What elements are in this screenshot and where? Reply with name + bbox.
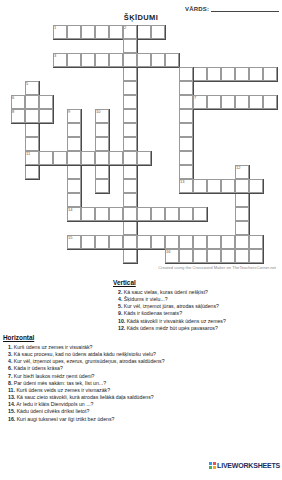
crossword-cell[interactable] <box>123 221 137 235</box>
crossword-cell[interactable] <box>137 207 151 221</box>
clue-item: 6. Kāda ir ūdens krāsa? <box>3 365 165 372</box>
crossword-cell[interactable] <box>193 179 207 193</box>
crossword-cell[interactable] <box>179 81 193 95</box>
clue-item: 15. Kādu ūdeni cilvēks drīkst lietot? <box>3 408 165 415</box>
crossword-cell[interactable] <box>123 207 137 221</box>
vertical-clues-header: Vertical <box>113 279 279 288</box>
crossword-cell[interactable] <box>151 235 165 249</box>
horizontal-clues-header: Horizontal <box>3 334 165 343</box>
crossword-cell[interactable] <box>67 235 81 249</box>
crossword-cell[interactable] <box>81 235 95 249</box>
crossword-cell[interactable] <box>67 151 81 165</box>
crossword-cell[interactable] <box>67 207 81 221</box>
crossword-cell[interactable] <box>109 151 123 165</box>
crossword-cell[interactable] <box>179 95 193 109</box>
crossword-cell[interactable] <box>123 151 137 165</box>
crossword-cell[interactable] <box>25 81 39 95</box>
crossword-cell[interactable] <box>151 207 165 221</box>
crossword-cell[interactable] <box>67 193 81 207</box>
crossword-cell[interactable] <box>193 249 207 263</box>
crossword-cell[interactable] <box>81 207 95 221</box>
crossword-cell[interactable] <box>11 95 25 109</box>
crossword-cell[interactable] <box>137 25 151 39</box>
clue-item: 16. Kuri augi tuksnesī var ilgi iztikt b… <box>3 416 165 423</box>
crossword-cell[interactable] <box>179 235 193 249</box>
crossword-cell[interactable] <box>179 207 193 221</box>
clue-item: 3. Kā sauc procesu, kad no ūdens atdala … <box>3 351 165 358</box>
crossword-cell[interactable] <box>207 67 221 81</box>
crossword-cell[interactable] <box>179 165 193 179</box>
clue-item: 8. Par ūdeni mēs sakām: tas tek, līst un… <box>3 380 165 387</box>
crossword-cell[interactable] <box>95 179 109 193</box>
crossword-cell[interactable] <box>221 179 235 193</box>
crossword-cell[interactable] <box>179 67 193 81</box>
crossword-cell[interactable] <box>67 179 81 193</box>
crossword-cell[interactable] <box>179 249 193 263</box>
crossword-cell[interactable] <box>95 109 109 123</box>
crossword-cell[interactable] <box>179 137 193 151</box>
crossword-cell[interactable] <box>137 53 151 67</box>
crossword-cell[interactable] <box>67 137 81 151</box>
crossword-cell[interactable] <box>179 179 193 193</box>
clue-item: 10. Kādā stāvoklī ir visvairāk ūdens uz … <box>113 318 279 325</box>
crossword-cell[interactable] <box>263 95 277 109</box>
clue-item: 2. Kā sauc vielas, kuras ūdenī nešķīst? <box>113 289 279 296</box>
crossword-cell[interactable] <box>39 95 53 109</box>
crossword-cell[interactable] <box>95 53 109 67</box>
crossword-cell[interactable] <box>95 25 109 39</box>
crossword-cell[interactable] <box>235 193 249 207</box>
crossword-cell[interactable] <box>123 123 137 137</box>
crossword-cell[interactable] <box>235 95 249 109</box>
crossword-cell[interactable] <box>179 109 193 123</box>
crossword-cell[interactable] <box>123 25 137 39</box>
crossword-cell[interactable] <box>109 235 123 249</box>
crossword-cell[interactable] <box>165 53 179 67</box>
horizontal-clues-section: Horizontal 1. Kurš ūdens uz zemes ir vis… <box>3 334 165 423</box>
crossword-cell[interactable] <box>235 221 249 235</box>
crossword-cell[interactable] <box>95 151 109 165</box>
crossword-cell[interactable] <box>137 235 151 249</box>
crossword-cell[interactable] <box>123 109 137 123</box>
clue-item: 14. Ar ledu ir klāts Dienvidpols un ...? <box>3 401 165 408</box>
crossword-cell[interactable] <box>165 207 179 221</box>
crossword-cell[interactable] <box>123 165 137 179</box>
crossword-cell[interactable] <box>151 25 165 39</box>
clue-item: 4. Šķīdums ir vielu...? <box>113 296 279 303</box>
crossword-cell[interactable] <box>193 67 207 81</box>
crossword-cell[interactable] <box>67 25 81 39</box>
crossword-cell[interactable] <box>25 151 39 165</box>
crossword-cell[interactable] <box>67 53 81 67</box>
crossword-cell[interactable] <box>95 165 109 179</box>
crossword-cell[interactable] <box>193 207 207 221</box>
crossword-cell[interactable] <box>165 249 179 263</box>
crossword-cell[interactable] <box>235 235 249 249</box>
crossword-cell[interactable] <box>53 25 67 39</box>
clue-item: 4. Kur vēl, izņemot upes, ezerus, grunts… <box>3 358 165 365</box>
crossword-cell[interactable] <box>109 25 123 39</box>
crossword-cell[interactable] <box>95 207 109 221</box>
crossword-cell[interactable] <box>165 235 179 249</box>
clue-item: 12. Kāds ūdens mēdz būt upēs pavasaros? <box>113 325 279 332</box>
crossword-cell[interactable] <box>249 235 263 249</box>
crossword-cell[interactable] <box>123 67 137 81</box>
crossword-cell[interactable] <box>235 249 249 263</box>
crossword-cell[interactable] <box>67 109 81 123</box>
crossword-cell[interactable] <box>109 53 123 67</box>
crossword-cell[interactable] <box>207 95 221 109</box>
crossword-cell[interactable] <box>123 235 137 249</box>
crossword-cell[interactable] <box>151 53 165 67</box>
crossword-cell[interactable] <box>123 53 137 67</box>
crossword-cell[interactable] <box>39 109 53 123</box>
crossword-cell[interactable] <box>207 179 221 193</box>
clue-item: 11. Kurš ūdens veids uz zemes ir vismazā… <box>3 387 165 394</box>
crossword-cell[interactable] <box>249 179 263 193</box>
crossword-cell[interactable] <box>25 95 39 109</box>
crossword-cell[interactable] <box>193 95 207 109</box>
crossword-cell[interactable] <box>25 123 39 137</box>
crossword-cell[interactable] <box>221 249 235 263</box>
crossword-cell[interactable] <box>25 137 39 151</box>
crossword-cell[interactable] <box>123 95 137 109</box>
liveworksheets-logo: LIVEWORKSHEETS <box>209 462 280 469</box>
crossword-cell[interactable] <box>11 109 25 123</box>
crossword-cell[interactable] <box>95 123 109 137</box>
crossword-cell[interactable] <box>123 39 137 53</box>
crossword-cell[interactable] <box>207 249 221 263</box>
liveworksheets-icon <box>209 462 216 469</box>
crossword-cell[interactable] <box>137 151 151 165</box>
crossword-cell[interactable] <box>81 25 95 39</box>
crossword-cell[interactable] <box>249 67 263 81</box>
crossword-cell[interactable] <box>81 53 95 67</box>
crossword-cell[interactable] <box>249 95 263 109</box>
crossword-cell[interactable] <box>235 207 249 221</box>
vertical-clues-list: 2. Kā sauc vielas, kuras ūdenī nešķīst?4… <box>113 289 279 332</box>
horizontal-clues-list: 1. Kurš ūdens uz zemes ir visvairāk?3. K… <box>3 344 165 423</box>
clue-item: 13. Kā sauc cieto stāvokli, kurā atrodas… <box>3 394 165 401</box>
crossword-cell[interactable] <box>25 165 39 179</box>
clue-item: 5. Kur vēl, izņemot jūras, atrodas sāļūd… <box>113 303 279 310</box>
crossword-cell[interactable] <box>53 53 67 67</box>
vertical-clues-section: Vertical 2. Kā sauc vielas, kuras ūdenī … <box>113 279 279 332</box>
crossword-cell[interactable] <box>53 151 67 165</box>
clue-item: 1. Kurš ūdens uz zemes ir visvairāk? <box>3 344 165 351</box>
crossword-cell[interactable] <box>95 235 109 249</box>
crossword-cell[interactable] <box>207 235 221 249</box>
crossword-cell[interactable] <box>179 123 193 137</box>
clue-item: 9. Kāds ir šodienas temats? <box>113 310 279 317</box>
crossword-cell[interactable] <box>109 207 123 221</box>
crossword-cell[interactable] <box>123 193 137 207</box>
crossword-cell[interactable] <box>123 81 137 95</box>
crossword-cell[interactable] <box>39 151 53 165</box>
crossword-grid: 12345678910111213141516 <box>0 0 282 270</box>
clue-item: 7. Kur bieži laukos mēdz ņemt ūdeni? <box>3 373 165 380</box>
crossword-cell[interactable] <box>193 235 207 249</box>
crossword-cell[interactable] <box>221 67 235 81</box>
crossword-cell[interactable] <box>249 249 263 263</box>
crossword-cell[interactable] <box>179 151 193 165</box>
crossword-cell[interactable] <box>81 151 95 165</box>
crossword-cell[interactable] <box>221 95 235 109</box>
liveworksheets-text: LIVEWORKSHEETS <box>217 462 280 469</box>
crossword-cell[interactable] <box>123 249 137 263</box>
crossword-cell[interactable] <box>235 165 249 179</box>
crossword-cell[interactable] <box>235 179 249 193</box>
crossword-cell[interactable] <box>263 67 277 81</box>
crossword-cell[interactable] <box>67 123 81 137</box>
crossword-cell[interactable] <box>123 137 137 151</box>
crossword-cell[interactable] <box>221 235 235 249</box>
crossword-cell[interactable] <box>25 109 39 123</box>
crossword-cell[interactable] <box>67 165 81 179</box>
credit-line: Created using the Crossword Maker on The… <box>0 265 276 270</box>
crossword-cell[interactable] <box>235 67 249 81</box>
crossword-cell[interactable] <box>95 137 109 151</box>
crossword-cell[interactable] <box>123 179 137 193</box>
